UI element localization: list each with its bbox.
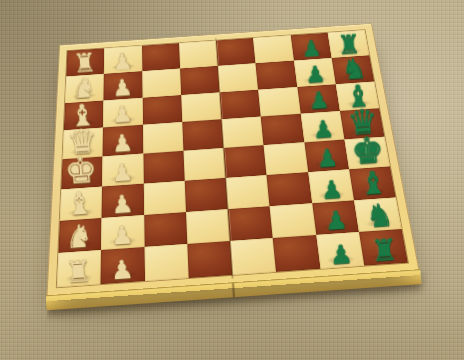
square-d5[interactable] bbox=[221, 117, 263, 148]
square-h1[interactable]: ♜ bbox=[57, 250, 101, 287]
square-c4[interactable] bbox=[181, 92, 222, 122]
square-e5[interactable] bbox=[223, 145, 266, 178]
square-f8[interactable]: ♝ bbox=[349, 166, 396, 200]
square-a4[interactable] bbox=[179, 40, 218, 68]
board-grid: ♜♟♟♜♞♟♟♞♝♟♟♝♛♟♟♛♚♟♟♚♝♟♟♝♞♟♟♞♜♟♟♜ bbox=[56, 29, 409, 288]
square-e4[interactable] bbox=[183, 148, 225, 181]
board-edge-seam bbox=[232, 283, 235, 297]
piece-white-pawn-h2[interactable]: ♟ bbox=[109, 258, 134, 283]
piece-green-pawn-b7[interactable]: ♟ bbox=[305, 64, 327, 86]
piece-white-pawn-g2[interactable]: ♟ bbox=[110, 225, 134, 250]
square-a3[interactable] bbox=[142, 43, 180, 71]
piece-green-pawn-c7[interactable]: ♟ bbox=[308, 90, 330, 113]
square-f1[interactable]: ♝ bbox=[60, 186, 102, 220]
square-h6[interactable] bbox=[273, 235, 320, 272]
piece-green-pawn-h7[interactable]: ♟ bbox=[329, 243, 354, 268]
square-g4[interactable] bbox=[186, 209, 230, 244]
square-h5[interactable] bbox=[230, 238, 276, 275]
square-h3[interactable] bbox=[144, 244, 188, 281]
square-c7[interactable]: ♟ bbox=[297, 84, 340, 114]
square-e6[interactable] bbox=[264, 142, 308, 174]
piece-white-king-e1[interactable]: ♚ bbox=[63, 153, 98, 189]
piece-green-pawn-a7[interactable]: ♟ bbox=[301, 38, 322, 60]
square-e2[interactable]: ♟ bbox=[102, 154, 143, 187]
square-f6[interactable] bbox=[267, 172, 312, 206]
square-b7[interactable]: ♟ bbox=[294, 58, 336, 87]
piece-white-knight-g1[interactable]: ♞ bbox=[64, 222, 94, 252]
piece-white-pawn-b2[interactable]: ♟ bbox=[111, 77, 133, 99]
piece-green-rook-h8[interactable]: ♜ bbox=[371, 236, 400, 265]
piece-green-pawn-g7[interactable]: ♟ bbox=[324, 210, 348, 235]
piece-white-pawn-c2[interactable]: ♟ bbox=[111, 104, 133, 127]
photo-scene: ♜♟♟♜♞♟♟♞♝♟♟♝♛♟♟♛♚♟♟♚♝♟♟♝♞♟♟♞♜♟♟♜ bbox=[0, 0, 464, 360]
square-c3[interactable] bbox=[142, 95, 182, 125]
square-a6[interactable] bbox=[253, 35, 293, 63]
piece-white-pawn-e2[interactable]: ♟ bbox=[110, 162, 133, 186]
piece-white-pawn-f2[interactable]: ♟ bbox=[110, 193, 134, 217]
square-b2[interactable]: ♟ bbox=[104, 71, 143, 100]
square-b3[interactable] bbox=[142, 68, 181, 97]
square-f4[interactable] bbox=[184, 178, 227, 212]
piece-white-pawn-a2[interactable]: ♟ bbox=[112, 51, 133, 73]
square-d2[interactable]: ♟ bbox=[103, 125, 143, 156]
square-f3[interactable] bbox=[143, 181, 185, 215]
square-f2[interactable]: ♟ bbox=[102, 183, 144, 217]
square-d4[interactable] bbox=[182, 119, 223, 150]
board-frame: ♜♟♟♜♞♟♟♞♝♟♟♝♛♟♟♛♚♟♟♚♝♟♟♝♞♟♟♞♜♟♟♜ bbox=[46, 23, 419, 297]
piece-green-pawn-e7[interactable]: ♟ bbox=[316, 147, 339, 171]
square-c2[interactable]: ♟ bbox=[103, 97, 142, 127]
square-g2[interactable]: ♟ bbox=[101, 215, 144, 251]
square-d6[interactable] bbox=[261, 114, 304, 145]
piece-white-rook-h1[interactable]: ♜ bbox=[64, 257, 93, 286]
square-b5[interactable] bbox=[218, 63, 258, 92]
square-h2[interactable]: ♟ bbox=[101, 247, 145, 284]
square-g7[interactable]: ♟ bbox=[312, 200, 359, 235]
square-f5[interactable] bbox=[226, 175, 270, 209]
square-d7[interactable]: ♟ bbox=[300, 111, 344, 142]
square-b6[interactable] bbox=[256, 60, 297, 89]
square-h4[interactable] bbox=[187, 241, 232, 278]
chess-board: ♜♟♟♜♞♟♟♞♝♟♟♝♛♟♟♛♚♟♟♚♝♟♟♝♞♟♟♞♜♟♟♜ bbox=[46, 23, 419, 297]
square-g1[interactable]: ♞ bbox=[58, 218, 101, 254]
piece-green-pawn-d7[interactable]: ♟ bbox=[312, 118, 335, 141]
square-h7[interactable]: ♟ bbox=[316, 232, 364, 269]
square-c6[interactable] bbox=[258, 87, 300, 117]
square-a2[interactable]: ♟ bbox=[104, 46, 142, 74]
piece-green-knight-g8[interactable]: ♞ bbox=[364, 201, 394, 231]
square-e3[interactable] bbox=[143, 151, 184, 184]
square-a7[interactable]: ♟ bbox=[290, 33, 331, 61]
square-g5[interactable] bbox=[228, 206, 273, 241]
piece-green-pawn-f7[interactable]: ♟ bbox=[320, 178, 344, 202]
square-e7[interactable]: ♟ bbox=[304, 140, 349, 172]
square-g3[interactable] bbox=[144, 212, 187, 247]
square-h8[interactable]: ♜ bbox=[359, 229, 408, 266]
square-d3[interactable] bbox=[143, 122, 184, 153]
square-a5[interactable] bbox=[216, 38, 256, 66]
square-g8[interactable]: ♞ bbox=[354, 197, 402, 232]
square-b4[interactable] bbox=[180, 66, 220, 95]
piece-white-bishop-f1[interactable]: ♝ bbox=[65, 189, 95, 220]
square-c5[interactable] bbox=[220, 89, 261, 119]
piece-green-bishop-f8[interactable]: ♝ bbox=[359, 169, 389, 200]
square-f7[interactable]: ♟ bbox=[308, 169, 354, 203]
square-g6[interactable] bbox=[270, 203, 316, 238]
piece-white-pawn-d2[interactable]: ♟ bbox=[111, 132, 134, 155]
